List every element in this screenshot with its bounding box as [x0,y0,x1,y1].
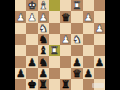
square-d4[interactable]: ♟ [60,34,71,45]
piece-white-pawn[interactable]: ♟ [95,22,104,33]
square-c7[interactable]: ♛ [71,68,82,79]
square-a3[interactable]: ♟ [94,23,105,34]
square-g4[interactable] [26,34,37,45]
piece-black-pawn[interactable]: ♟ [38,67,47,78]
piece-white-rook[interactable]: ♜ [72,0,81,10]
piece-black-pawn[interactable]: ♟ [83,67,92,78]
chess-board: ♚♝♜♟♟♟♛♟♞♟♞♟♞♝♜♟♞♟♟♟♟♛♟♚♜♜ [15,0,105,90]
piece-black-knight[interactable]: ♞ [38,56,47,67]
square-e5[interactable]: ♜ [49,45,60,56]
square-d8[interactable]: ♜ [60,79,71,90]
square-c4[interactable]: ♞ [71,34,82,45]
square-h4[interactable] [15,34,26,45]
square-h8[interactable] [15,79,26,90]
piece-white-knight[interactable]: ♞ [72,34,81,45]
square-a6[interactable]: ♟ [94,56,105,67]
square-c2[interactable] [71,11,82,22]
square-a7[interactable] [94,68,105,79]
piece-black-rook[interactable]: ♜ [38,79,47,90]
square-h7[interactable]: ♟ [15,68,26,79]
square-a4[interactable] [94,34,105,45]
square-b3[interactable] [83,23,94,34]
watermark-badge [92,83,104,88]
square-b7[interactable]: ♟ [83,68,94,79]
square-g3[interactable] [26,23,37,34]
square-f8[interactable]: ♜ [38,79,49,90]
square-d6[interactable] [60,56,71,67]
letterbox-right [105,0,120,90]
square-h3[interactable] [15,23,26,34]
piece-black-king[interactable]: ♚ [27,79,36,90]
piece-black-pawn[interactable]: ♟ [27,56,36,67]
piece-black-pawn[interactable]: ♟ [95,56,104,67]
square-b2[interactable]: ♟ [83,11,94,22]
square-b5[interactable] [83,45,94,56]
square-g2[interactable]: ♟ [26,11,37,22]
piece-black-rook[interactable]: ♜ [61,79,70,90]
piece-black-pawn[interactable]: ♟ [16,67,25,78]
square-g6[interactable]: ♟ [26,56,37,67]
piece-white-pawn[interactable]: ♟ [61,34,70,45]
piece-white-pawn[interactable]: ♟ [38,11,47,22]
square-e2[interactable] [49,11,60,22]
square-c1[interactable]: ♜ [71,0,82,11]
letterbox-left [0,0,15,90]
square-e8[interactable] [49,79,60,90]
square-b4[interactable] [83,34,94,45]
piece-white-king[interactable]: ♚ [27,0,36,10]
piece-black-pawn[interactable]: ♟ [72,56,81,67]
screenshot-stage: ♚♝♜♟♟♟♛♟♞♟♞♟♞♝♜♟♞♟♟♟♟♛♟♚♜♜ [0,0,120,90]
square-g8[interactable]: ♚ [26,79,37,90]
piece-black-bishop[interactable]: ♝ [38,45,47,56]
square-e7[interactable] [49,68,60,79]
square-d2[interactable]: ♛ [60,11,71,22]
piece-black-knight[interactable]: ♞ [38,34,47,45]
square-h2[interactable]: ♟ [15,11,26,22]
square-e3[interactable] [49,23,60,34]
piece-white-pawn[interactable]: ♟ [83,11,92,22]
piece-white-pawn[interactable]: ♟ [27,11,36,22]
piece-black-queen[interactable]: ♛ [72,67,81,78]
square-d5[interactable] [60,45,71,56]
square-e6[interactable] [49,56,60,67]
piece-white-bishop[interactable]: ♝ [38,0,47,10]
piece-white-knight[interactable]: ♞ [38,22,47,33]
square-e1[interactable] [49,0,60,11]
piece-white-pawn[interactable]: ♟ [16,11,25,22]
piece-white-rook[interactable]: ♜ [50,45,59,56]
square-c8[interactable] [71,79,82,90]
piece-black-queen[interactable]: ♛ [61,11,70,22]
square-a1[interactable] [94,0,105,11]
square-h5[interactable] [15,45,26,56]
